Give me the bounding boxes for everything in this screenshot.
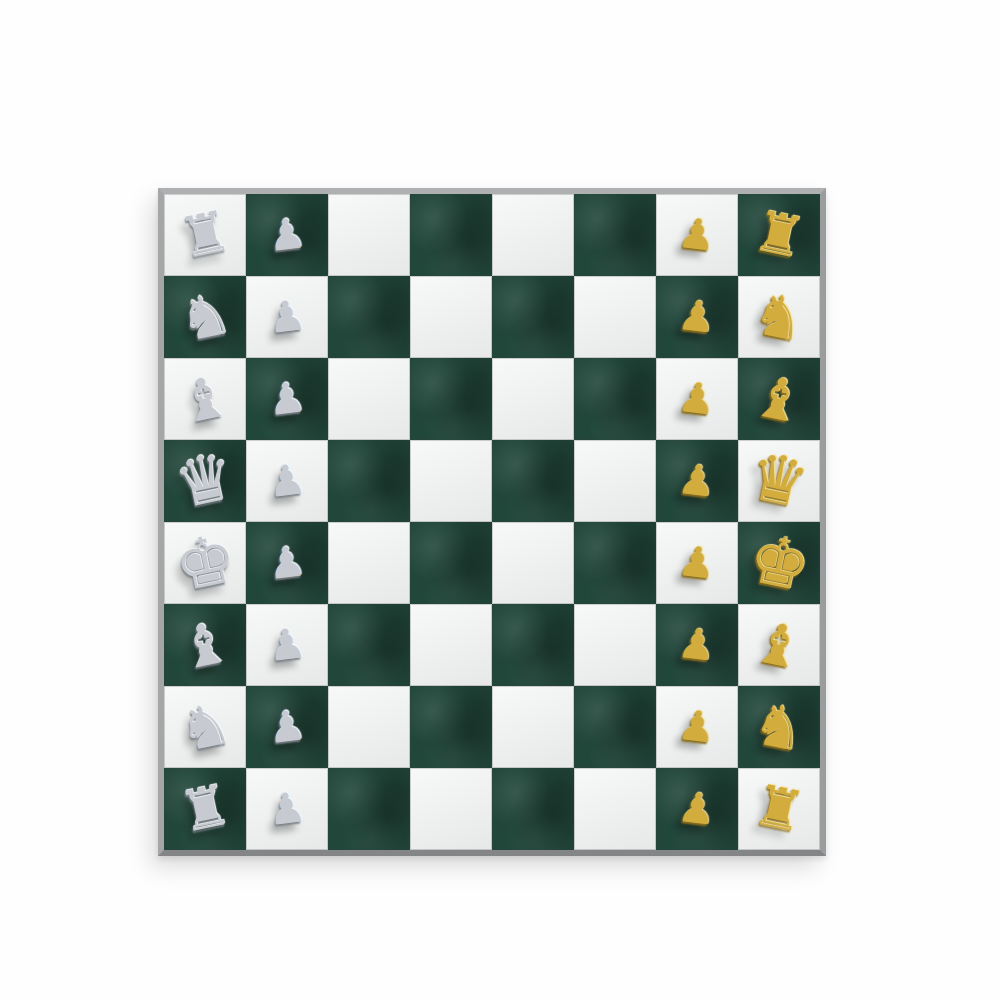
square-g5[interactable] [492,686,574,768]
square-e6[interactable] [574,522,656,604]
square-h5[interactable] [492,768,574,850]
square-d8[interactable]: ♛ [738,440,820,522]
square-f2[interactable]: ♟ [246,604,328,686]
piece-white-rook[interactable]: ♜ [175,776,236,841]
square-a1[interactable]: ♜ [164,194,246,276]
square-b2[interactable]: ♟ [246,276,328,358]
square-g8[interactable]: ♞ [738,686,820,768]
piece-white-pawn[interactable]: ♟ [266,294,308,340]
chessboard: ♜♟♟♜♞♟♟♞♝♟♟♝♛♟♟♛♚♟♟♚♝♟♟♝♞♟♟♞♜♟♟♜ [164,194,820,850]
square-d3[interactable] [328,440,410,522]
piece-white-pawn[interactable]: ♟ [266,458,308,504]
piece-white-pawn[interactable]: ♟ [266,376,308,422]
square-b7[interactable]: ♟ [656,276,738,358]
piece-white-king[interactable]: ♚ [168,523,242,602]
piece-white-knight[interactable]: ♞ [174,283,237,351]
square-c8[interactable]: ♝ [738,358,820,440]
square-d7[interactable]: ♟ [656,440,738,522]
square-f6[interactable] [574,604,656,686]
piece-white-pawn[interactable]: ♟ [266,786,308,832]
piece-black-bishop[interactable]: ♝ [748,366,810,432]
piece-white-pawn[interactable]: ♟ [266,540,308,586]
square-h7[interactable]: ♟ [656,768,738,850]
square-b6[interactable] [574,276,656,358]
product-photo-background: ♜♟♟♜♞♟♟♞♝♟♟♝♛♟♟♛♚♟♟♚♝♟♟♝♞♟♟♞♜♟♟♜ [0,0,1000,1000]
piece-white-bishop[interactable]: ♝ [174,612,236,678]
square-g6[interactable] [574,686,656,768]
square-g3[interactable] [328,686,410,768]
square-e2[interactable]: ♟ [246,522,328,604]
square-d1[interactable]: ♛ [164,440,246,522]
square-a2[interactable]: ♟ [246,194,328,276]
square-h1[interactable]: ♜ [164,768,246,850]
square-b1[interactable]: ♞ [164,276,246,358]
piece-black-pawn[interactable]: ♟ [676,376,718,422]
square-c7[interactable]: ♟ [656,358,738,440]
piece-white-queen[interactable]: ♛ [169,443,241,520]
square-e5[interactable] [492,522,574,604]
square-f3[interactable] [328,604,410,686]
piece-black-pawn[interactable]: ♟ [676,704,718,750]
square-a8[interactable]: ♜ [738,194,820,276]
piece-black-pawn[interactable]: ♟ [676,212,718,258]
square-b5[interactable] [492,276,574,358]
square-f1[interactable]: ♝ [164,604,246,686]
piece-white-pawn[interactable]: ♟ [266,622,308,668]
square-c4[interactable] [410,358,492,440]
square-c1[interactable]: ♝ [164,358,246,440]
square-a7[interactable]: ♟ [656,194,738,276]
square-d4[interactable] [410,440,492,522]
piece-black-pawn[interactable]: ♟ [676,458,718,504]
square-e4[interactable] [410,522,492,604]
piece-white-knight[interactable]: ♞ [174,693,237,761]
square-d6[interactable] [574,440,656,522]
square-g1[interactable]: ♞ [164,686,246,768]
square-h3[interactable] [328,768,410,850]
square-c6[interactable] [574,358,656,440]
square-d2[interactable]: ♟ [246,440,328,522]
square-e3[interactable] [328,522,410,604]
square-f4[interactable] [410,604,492,686]
square-h6[interactable] [574,768,656,850]
piece-black-pawn[interactable]: ♟ [676,540,718,586]
square-g4[interactable] [410,686,492,768]
square-g7[interactable]: ♟ [656,686,738,768]
piece-black-rook[interactable]: ♜ [749,202,810,267]
square-f7[interactable]: ♟ [656,604,738,686]
square-g2[interactable]: ♟ [246,686,328,768]
square-b3[interactable] [328,276,410,358]
square-a6[interactable] [574,194,656,276]
square-h2[interactable]: ♟ [246,768,328,850]
piece-white-bishop[interactable]: ♝ [174,366,236,432]
square-f8[interactable]: ♝ [738,604,820,686]
piece-black-pawn[interactable]: ♟ [676,622,718,668]
square-e1[interactable]: ♚ [164,522,246,604]
piece-black-king[interactable]: ♚ [742,523,816,602]
chessboard-frame: ♜♟♟♜♞♟♟♞♝♟♟♝♛♟♟♛♚♟♟♚♝♟♟♝♞♟♟♞♜♟♟♜ [158,188,826,856]
square-f5[interactable] [492,604,574,686]
piece-black-knight[interactable]: ♞ [748,283,811,351]
square-c2[interactable]: ♟ [246,358,328,440]
piece-black-knight[interactable]: ♞ [748,693,811,761]
square-b4[interactable] [410,276,492,358]
piece-black-queen[interactable]: ♛ [743,443,815,520]
square-a3[interactable] [328,194,410,276]
square-b8[interactable]: ♞ [738,276,820,358]
piece-black-pawn[interactable]: ♟ [676,294,718,340]
piece-white-pawn[interactable]: ♟ [266,212,308,258]
piece-black-pawn[interactable]: ♟ [676,786,718,832]
square-h4[interactable] [410,768,492,850]
square-d5[interactable] [492,440,574,522]
square-a5[interactable] [492,194,574,276]
piece-black-bishop[interactable]: ♝ [748,612,810,678]
square-a4[interactable] [410,194,492,276]
square-e7[interactable]: ♟ [656,522,738,604]
piece-black-rook[interactable]: ♜ [749,776,810,841]
square-e8[interactable]: ♚ [738,522,820,604]
piece-white-pawn[interactable]: ♟ [266,704,308,750]
square-h8[interactable]: ♜ [738,768,820,850]
square-c5[interactable] [492,358,574,440]
square-c3[interactable] [328,358,410,440]
piece-white-rook[interactable]: ♜ [175,202,236,267]
